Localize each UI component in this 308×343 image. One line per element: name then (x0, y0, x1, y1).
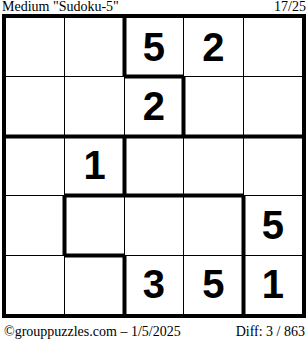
difficulty-text: Diff: 3 / 863 (236, 324, 305, 340)
cell-r4c3[interactable] (125, 196, 183, 254)
copyright-text: ©grouppuzzles.com – 1/5/2025 (4, 324, 181, 340)
cell-r3c4[interactable] (184, 137, 242, 195)
cell-r3c2[interactable]: 1 (65, 137, 123, 195)
cell-r4c2[interactable] (65, 196, 123, 254)
cell-r4c4[interactable] (184, 196, 242, 254)
cell-r1c4[interactable]: 2 (184, 18, 242, 76)
puzzle-title: Medium "Sudoku-5" (2, 0, 119, 14)
board: 52215351 (6, 18, 302, 314)
cell-r3c3[interactable] (125, 137, 183, 195)
cell-r5c1[interactable] (6, 256, 64, 314)
cell-r2c2[interactable] (65, 77, 123, 135)
cell-r3c5[interactable] (244, 137, 302, 195)
cell-r5c4[interactable]: 5 (184, 256, 242, 314)
cell-r2c5[interactable] (244, 77, 302, 135)
cell-r5c3[interactable]: 3 (125, 256, 183, 314)
cell-r4c5[interactable]: 5 (244, 196, 302, 254)
puzzle-counter: 17/25 (274, 0, 306, 14)
cell-r2c3[interactable]: 2 (125, 77, 183, 135)
cell-r3c1[interactable] (6, 137, 64, 195)
cell-r1c1[interactable] (6, 18, 64, 76)
cell-r5c5[interactable]: 1 (244, 256, 302, 314)
board-frame: 52215351 (2, 14, 306, 318)
cell-r1c3[interactable]: 5 (125, 18, 183, 76)
cell-r1c5[interactable] (244, 18, 302, 76)
cell-r1c2[interactable] (65, 18, 123, 76)
cell-r4c1[interactable] (6, 196, 64, 254)
footer: ©grouppuzzles.com – 1/5/2025 Diff: 3 / 8… (4, 324, 305, 340)
cell-r2c1[interactable] (6, 77, 64, 135)
header: Medium "Sudoku-5" 17/25 (2, 0, 306, 14)
cell-r5c2[interactable] (65, 256, 123, 314)
cell-r2c4[interactable] (184, 77, 242, 135)
